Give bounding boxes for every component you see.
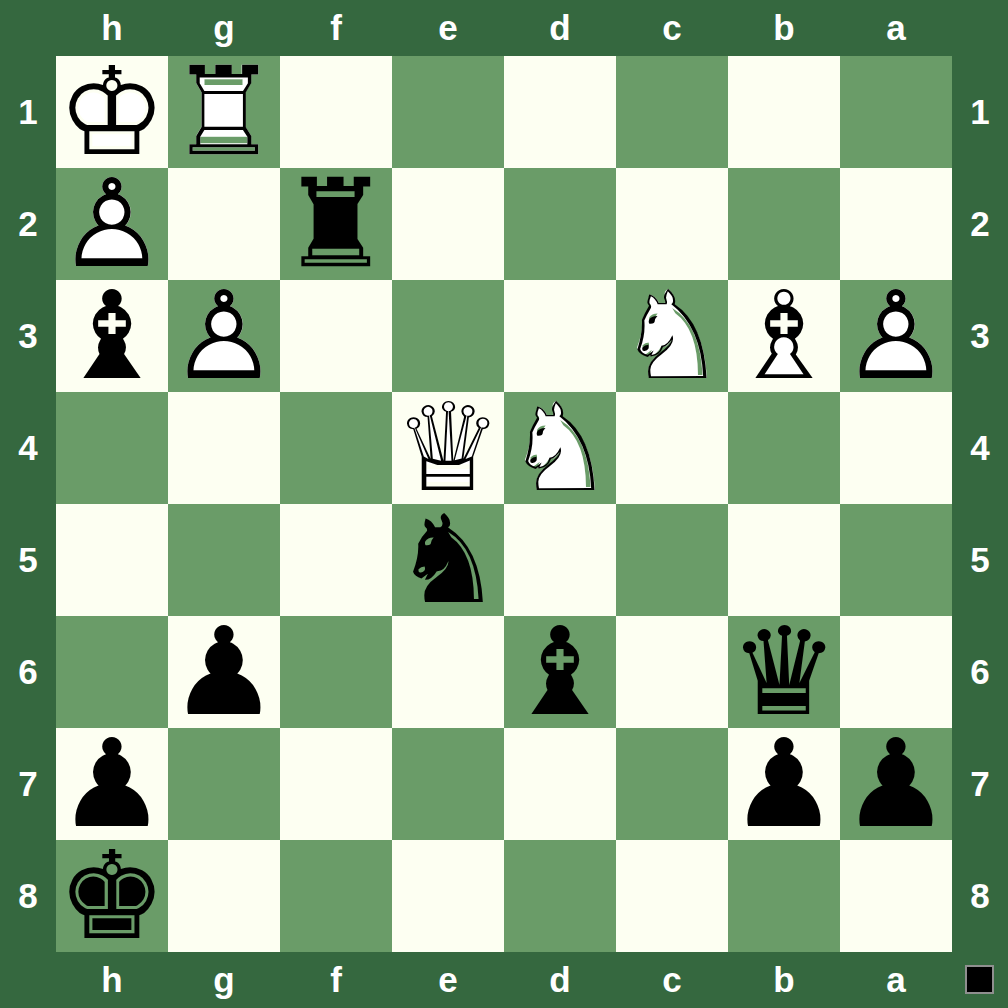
square-e5[interactable]: ♞ xyxy=(392,504,504,616)
piece-white-king: ♚♔ xyxy=(56,56,168,168)
square-a5[interactable] xyxy=(840,504,952,616)
piece-white-pawn: ♟♙ xyxy=(168,280,280,392)
square-c4[interactable] xyxy=(616,392,728,504)
white-queen-outline: ♕ xyxy=(392,392,504,504)
square-h5[interactable] xyxy=(56,504,168,616)
square-e6[interactable] xyxy=(392,616,504,728)
square-g8[interactable] xyxy=(168,840,280,952)
square-a2[interactable] xyxy=(840,168,952,280)
piece-white-rook: ♜♖ xyxy=(168,56,280,168)
white-pawn-outline: ♙ xyxy=(56,168,168,280)
rank-labels-right: 12345678 xyxy=(952,56,1008,952)
rank-label-3: 3 xyxy=(0,280,56,392)
square-e8[interactable] xyxy=(392,840,504,952)
square-g6[interactable]: ♟ xyxy=(168,616,280,728)
file-label-a: a xyxy=(840,0,952,56)
square-e7[interactable] xyxy=(392,728,504,840)
file-label-f: f xyxy=(280,0,392,56)
piece-black-pawn: ♟ xyxy=(56,728,168,840)
rank-label-7: 7 xyxy=(0,728,56,840)
square-b1[interactable] xyxy=(728,56,840,168)
square-a3[interactable]: ♟♙ xyxy=(840,280,952,392)
square-d4[interactable]: ♞♘ xyxy=(504,392,616,504)
file-label-e: e xyxy=(392,0,504,56)
square-h8[interactable]: ♚ xyxy=(56,840,168,952)
side-to-move-indicator xyxy=(965,965,994,994)
square-b6[interactable]: ♛ xyxy=(728,616,840,728)
piece-black-king: ♚ xyxy=(56,840,168,952)
square-e4[interactable]: ♛♕ xyxy=(392,392,504,504)
file-label-e: e xyxy=(392,952,504,1008)
square-d7[interactable] xyxy=(504,728,616,840)
rank-label-5: 5 xyxy=(0,504,56,616)
rank-label-8: 8 xyxy=(952,840,1008,952)
rank-label-2: 2 xyxy=(0,168,56,280)
square-d6[interactable]: ♝ xyxy=(504,616,616,728)
square-a6[interactable] xyxy=(840,616,952,728)
rank-label-8: 8 xyxy=(0,840,56,952)
black-pawn-glyph: ♟ xyxy=(728,728,840,840)
square-f2[interactable]: ♜ xyxy=(280,168,392,280)
square-b2[interactable] xyxy=(728,168,840,280)
piece-white-pawn: ♟♙ xyxy=(56,168,168,280)
square-d1[interactable] xyxy=(504,56,616,168)
square-c5[interactable] xyxy=(616,504,728,616)
rank-label-6: 6 xyxy=(952,616,1008,728)
square-b4[interactable] xyxy=(728,392,840,504)
black-knight-glyph: ♞ xyxy=(392,504,504,616)
piece-white-knight: ♞♘ xyxy=(504,392,616,504)
black-pawn-glyph: ♟ xyxy=(56,728,168,840)
square-h7[interactable]: ♟ xyxy=(56,728,168,840)
square-b8[interactable] xyxy=(728,840,840,952)
black-rook-glyph: ♜ xyxy=(280,168,392,280)
file-label-h: h xyxy=(56,952,168,1008)
square-g2[interactable] xyxy=(168,168,280,280)
square-b7[interactable]: ♟ xyxy=(728,728,840,840)
square-d2[interactable] xyxy=(504,168,616,280)
rank-label-1: 1 xyxy=(0,56,56,168)
square-f8[interactable] xyxy=(280,840,392,952)
square-h4[interactable] xyxy=(56,392,168,504)
square-g4[interactable] xyxy=(168,392,280,504)
black-pawn-glyph: ♟ xyxy=(168,616,280,728)
square-c7[interactable] xyxy=(616,728,728,840)
square-h6[interactable] xyxy=(56,616,168,728)
square-c3[interactable]: ♞♘ xyxy=(616,280,728,392)
rank-label-1: 1 xyxy=(952,56,1008,168)
black-king-glyph: ♚ xyxy=(56,840,168,952)
rank-label-4: 4 xyxy=(0,392,56,504)
white-pawn-outline: ♙ xyxy=(840,280,952,392)
piece-white-pawn: ♟♙ xyxy=(840,280,952,392)
black-pawn-glyph: ♟ xyxy=(840,728,952,840)
square-d5[interactable] xyxy=(504,504,616,616)
white-rook-outline: ♖ xyxy=(168,56,280,168)
square-h2[interactable]: ♟♙ xyxy=(56,168,168,280)
piece-black-rook: ♜ xyxy=(280,168,392,280)
square-e1[interactable] xyxy=(392,56,504,168)
rank-label-3: 3 xyxy=(952,280,1008,392)
square-f1[interactable] xyxy=(280,56,392,168)
file-label-b: b xyxy=(728,952,840,1008)
file-label-c: c xyxy=(616,0,728,56)
piece-black-pawn: ♟ xyxy=(728,728,840,840)
square-g7[interactable] xyxy=(168,728,280,840)
rank-label-2: 2 xyxy=(952,168,1008,280)
square-c2[interactable] xyxy=(616,168,728,280)
square-e3[interactable] xyxy=(392,280,504,392)
file-label-f: f xyxy=(280,952,392,1008)
piece-black-pawn: ♟ xyxy=(840,728,952,840)
square-f5[interactable] xyxy=(280,504,392,616)
white-pawn-outline: ♙ xyxy=(168,280,280,392)
square-a7[interactable]: ♟ xyxy=(840,728,952,840)
rank-label-6: 6 xyxy=(0,616,56,728)
white-knight-outline: ♘ xyxy=(504,392,616,504)
square-b3[interactable]: ♝♗ xyxy=(728,280,840,392)
rank-label-4: 4 xyxy=(952,392,1008,504)
chess-board-frame: hgfedcba 12345678 ♚♔♜♖♟♙♜♝♟♙♞♘♝♗♟♙♛♕♞♘♞♟… xyxy=(0,0,1008,1008)
black-bishop-glyph: ♝ xyxy=(504,616,616,728)
piece-black-queen: ♛ xyxy=(728,616,840,728)
square-h1[interactable]: ♚♔ xyxy=(56,56,168,168)
square-f7[interactable] xyxy=(280,728,392,840)
white-king-outline: ♔ xyxy=(56,56,168,168)
piece-black-bishop: ♝ xyxy=(504,616,616,728)
rank-labels-left: 12345678 xyxy=(0,56,56,952)
square-f6[interactable] xyxy=(280,616,392,728)
square-f3[interactable] xyxy=(280,280,392,392)
board: ♚♔♜♖♟♙♜♝♟♙♞♘♝♗♟♙♛♕♞♘♞♟♝♛♟♟♟♚ xyxy=(56,56,952,952)
file-label-b: b xyxy=(728,0,840,56)
rank-label-7: 7 xyxy=(952,728,1008,840)
square-b5[interactable] xyxy=(728,504,840,616)
square-c8[interactable] xyxy=(616,840,728,952)
white-bishop-outline: ♗ xyxy=(728,280,840,392)
square-h3[interactable]: ♝ xyxy=(56,280,168,392)
square-d8[interactable] xyxy=(504,840,616,952)
square-c6[interactable] xyxy=(616,616,728,728)
rank-label-5: 5 xyxy=(952,504,1008,616)
square-d3[interactable] xyxy=(504,280,616,392)
square-a1[interactable] xyxy=(840,56,952,168)
square-a8[interactable] xyxy=(840,840,952,952)
piece-black-bishop: ♝ xyxy=(56,280,168,392)
piece-black-knight: ♞ xyxy=(392,504,504,616)
square-g1[interactable]: ♜♖ xyxy=(168,56,280,168)
file-label-d: d xyxy=(504,952,616,1008)
square-a4[interactable] xyxy=(840,392,952,504)
square-g5[interactable] xyxy=(168,504,280,616)
square-e2[interactable] xyxy=(392,168,504,280)
square-g3[interactable]: ♟♙ xyxy=(168,280,280,392)
piece-white-knight: ♞♘ xyxy=(616,280,728,392)
square-f4[interactable] xyxy=(280,392,392,504)
piece-white-queen: ♛♕ xyxy=(392,392,504,504)
file-label-c: c xyxy=(616,952,728,1008)
white-knight-outline: ♘ xyxy=(616,280,728,392)
file-label-d: d xyxy=(504,0,616,56)
black-queen-glyph: ♛ xyxy=(728,616,840,728)
file-label-g: g xyxy=(168,952,280,1008)
piece-white-bishop: ♝♗ xyxy=(728,280,840,392)
square-c1[interactable] xyxy=(616,56,728,168)
file-label-a: a xyxy=(840,952,952,1008)
black-bishop-glyph: ♝ xyxy=(56,280,168,392)
piece-black-pawn: ♟ xyxy=(168,616,280,728)
file-labels-bottom: hgfedcba xyxy=(56,952,952,1008)
